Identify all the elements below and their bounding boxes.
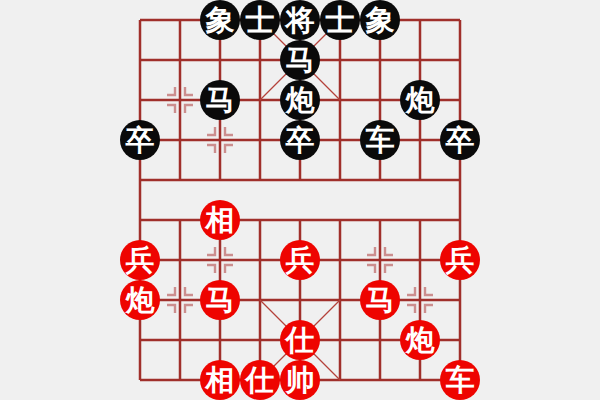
piece-red-horse[interactable]: 马	[200, 280, 240, 320]
intersection-f2r2[interactable]: 马	[200, 80, 240, 120]
piece-black-advisor[interactable]: 士	[240, 0, 280, 40]
intersection-f5r7[interactable]	[320, 280, 360, 320]
piece-black-pawn[interactable]: 卒	[440, 120, 480, 160]
intersection-f0r7[interactable]: 炮	[120, 280, 160, 320]
piece-red-pawn[interactable]: 兵	[120, 240, 160, 280]
intersection-f4r6[interactable]: 兵	[280, 240, 320, 280]
intersection-f4r5[interactable]	[280, 200, 320, 240]
intersection-f6r5[interactable]	[360, 200, 400, 240]
intersection-f4r0[interactable]: 将	[280, 0, 320, 40]
intersection-f3r0[interactable]: 士	[240, 0, 280, 40]
intersection-f6r2[interactable]	[360, 80, 400, 120]
xiangqi-board: 象士将士象马马炮炮卒卒车卒相兵兵兵炮马马仕炮相仕帅车	[0, 0, 600, 400]
intersection-f2r1[interactable]	[200, 40, 240, 80]
piece-red-general[interactable]: 帅	[280, 360, 320, 400]
piece-black-elephant[interactable]: 象	[360, 0, 400, 40]
intersection-f0r0[interactable]	[120, 0, 160, 40]
piece-red-advisor[interactable]: 仕	[280, 320, 320, 360]
board-intersections: 象士将士象马马炮炮卒卒车卒相兵兵兵炮马马仕炮相仕帅车	[120, 0, 480, 400]
intersection-f0r3[interactable]: 卒	[120, 120, 160, 160]
intersection-f7r7[interactable]	[400, 280, 440, 320]
intersection-f3r5[interactable]	[240, 200, 280, 240]
intersection-f7r6[interactable]	[400, 240, 440, 280]
intersection-f5r0[interactable]: 士	[320, 0, 360, 40]
piece-black-cannon[interactable]: 炮	[280, 80, 320, 120]
intersection-f7r9[interactable]	[400, 360, 440, 400]
intersection-f4r7[interactable]	[280, 280, 320, 320]
piece-red-advisor[interactable]: 仕	[240, 360, 280, 400]
intersection-f5r4[interactable]	[320, 160, 360, 200]
intersection-f7r4[interactable]	[400, 160, 440, 200]
piece-black-pawn[interactable]: 卒	[280, 120, 320, 160]
intersection-f0r6[interactable]: 兵	[120, 240, 160, 280]
piece-black-general[interactable]: 将	[280, 0, 320, 40]
piece-red-cannon[interactable]: 炮	[120, 280, 160, 320]
piece-black-chariot[interactable]: 车	[360, 120, 400, 160]
intersection-f8r7[interactable]	[440, 280, 480, 320]
intersection-f5r1[interactable]	[320, 40, 360, 80]
intersection-f6r8[interactable]	[360, 320, 400, 360]
intersection-f8r3[interactable]: 卒	[440, 120, 480, 160]
intersection-f0r9[interactable]	[120, 360, 160, 400]
intersection-f8r0[interactable]	[440, 0, 480, 40]
intersection-f4r8[interactable]: 仕	[280, 320, 320, 360]
intersection-f1r8[interactable]	[160, 320, 200, 360]
intersection-f7r3[interactable]	[400, 120, 440, 160]
intersection-f7r1[interactable]	[400, 40, 440, 80]
intersection-f3r9[interactable]: 仕	[240, 360, 280, 400]
intersection-f1r6[interactable]	[160, 240, 200, 280]
intersection-f6r1[interactable]	[360, 40, 400, 80]
intersection-f6r3[interactable]: 车	[360, 120, 400, 160]
intersection-f4r3[interactable]: 卒	[280, 120, 320, 160]
piece-black-horse[interactable]: 马	[200, 80, 240, 120]
intersection-f3r2[interactable]	[240, 80, 280, 120]
piece-red-horse[interactable]: 马	[360, 280, 400, 320]
intersection-f6r4[interactable]	[360, 160, 400, 200]
intersection-f5r3[interactable]	[320, 120, 360, 160]
intersection-f8r8[interactable]	[440, 320, 480, 360]
intersection-f3r1[interactable]	[240, 40, 280, 80]
intersection-f6r0[interactable]: 象	[360, 0, 400, 40]
intersection-f1r7[interactable]	[160, 280, 200, 320]
intersection-f2r4[interactable]	[200, 160, 240, 200]
intersection-f1r1[interactable]	[160, 40, 200, 80]
intersection-f0r4[interactable]	[120, 160, 160, 200]
intersection-f4r1[interactable]: 马	[280, 40, 320, 80]
intersection-f8r4[interactable]	[440, 160, 480, 200]
intersection-f5r8[interactable]	[320, 320, 360, 360]
intersection-f4r9[interactable]: 帅	[280, 360, 320, 400]
intersection-f3r7[interactable]	[240, 280, 280, 320]
intersection-f2r5[interactable]: 相	[200, 200, 240, 240]
intersection-f3r4[interactable]	[240, 160, 280, 200]
intersection-f7r8[interactable]: 炮	[400, 320, 440, 360]
intersection-f1r9[interactable]	[160, 360, 200, 400]
intersection-f1r0[interactable]	[160, 0, 200, 40]
intersection-f8r2[interactable]	[440, 80, 480, 120]
intersection-f3r8[interactable]	[240, 320, 280, 360]
intersection-f0r2[interactable]	[120, 80, 160, 120]
piece-red-pawn[interactable]: 兵	[440, 240, 480, 280]
intersection-f8r9[interactable]: 车	[440, 360, 480, 400]
intersection-f0r5[interactable]	[120, 200, 160, 240]
piece-red-chariot[interactable]: 车	[440, 360, 480, 400]
intersection-f3r6[interactable]	[240, 240, 280, 280]
piece-red-cannon[interactable]: 炮	[400, 320, 440, 360]
intersection-f0r8[interactable]	[120, 320, 160, 360]
intersection-f7r2[interactable]: 炮	[400, 80, 440, 120]
intersection-f4r4[interactable]	[280, 160, 320, 200]
intersection-f5r5[interactable]	[320, 200, 360, 240]
piece-black-horse[interactable]: 马	[280, 40, 320, 80]
intersection-f3r3[interactable]	[240, 120, 280, 160]
piece-black-cannon[interactable]: 炮	[400, 80, 440, 120]
intersection-f5r6[interactable]	[320, 240, 360, 280]
intersection-f6r6[interactable]	[360, 240, 400, 280]
intersection-f4r2[interactable]: 炮	[280, 80, 320, 120]
intersection-f2r0[interactable]: 象	[200, 0, 240, 40]
intersection-f8r5[interactable]	[440, 200, 480, 240]
piece-red-elephant[interactable]: 相	[200, 360, 240, 400]
piece-red-pawn[interactable]: 兵	[280, 240, 320, 280]
piece-black-advisor[interactable]: 士	[320, 0, 360, 40]
intersection-f5r2[interactable]	[320, 80, 360, 120]
intersection-f1r2[interactable]	[160, 80, 200, 120]
intersection-f1r3[interactable]	[160, 120, 200, 160]
piece-black-pawn[interactable]: 卒	[120, 120, 160, 160]
intersection-f2r7[interactable]: 马	[200, 280, 240, 320]
intersection-f2r8[interactable]	[200, 320, 240, 360]
piece-black-elephant[interactable]: 象	[200, 0, 240, 40]
intersection-f8r6[interactable]: 兵	[440, 240, 480, 280]
intersection-f2r3[interactable]	[200, 120, 240, 160]
piece-red-elephant[interactable]: 相	[200, 200, 240, 240]
intersection-f1r5[interactable]	[160, 200, 200, 240]
intersection-f6r7[interactable]: 马	[360, 280, 400, 320]
intersection-f7r0[interactable]	[400, 0, 440, 40]
intersection-f0r1[interactable]	[120, 40, 160, 80]
intersection-f5r9[interactable]	[320, 360, 360, 400]
intersection-f8r1[interactable]	[440, 40, 480, 80]
intersection-f1r4[interactable]	[160, 160, 200, 200]
intersection-f2r9[interactable]: 相	[200, 360, 240, 400]
intersection-f2r6[interactable]	[200, 240, 240, 280]
intersection-f7r5[interactable]	[400, 200, 440, 240]
intersection-f6r9[interactable]	[360, 360, 400, 400]
